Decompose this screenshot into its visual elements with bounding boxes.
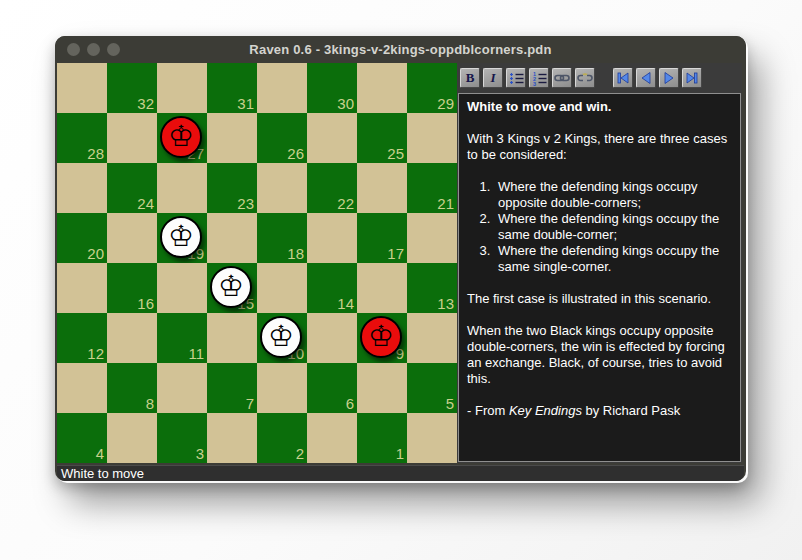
square-light: [357, 163, 407, 213]
square-number: 13: [437, 295, 454, 312]
white-king[interactable]: ♔: [210, 266, 252, 308]
square-light: [307, 213, 357, 263]
square-13[interactable]: 13: [407, 263, 457, 313]
square-number: 24: [137, 195, 154, 212]
square-number: 25: [387, 145, 404, 162]
square-number: 1: [396, 445, 404, 462]
square-11[interactable]: 11: [157, 313, 207, 363]
close-button[interactable]: [67, 43, 80, 56]
list-item: Where the defending kings occupy the sam…: [494, 243, 732, 275]
square-number: 12: [87, 345, 104, 362]
square-18[interactable]: 18: [257, 213, 307, 263]
square-light: [157, 163, 207, 213]
bullet-list-icon: [509, 71, 524, 86]
italic-button[interactable]: I: [483, 68, 503, 88]
square-light: [357, 363, 407, 413]
square-number: 8: [146, 395, 154, 412]
square-number: 16: [137, 295, 154, 312]
skip-to-start-icon: [616, 71, 630, 85]
king-crown-icon: ♔: [168, 222, 194, 251]
square-6[interactable]: 6: [307, 363, 357, 413]
square-light: [207, 313, 257, 363]
notes-panel: White to move and win. With 3 Kings v 2 …: [458, 93, 741, 462]
square-number: 6: [346, 395, 354, 412]
square-number: 17: [387, 245, 404, 262]
square-32[interactable]: 32: [107, 63, 157, 113]
link-icon: [554, 70, 570, 86]
square-17[interactable]: 17: [357, 213, 407, 263]
skip-to-end-icon: [685, 71, 699, 85]
square-light: [357, 63, 407, 113]
minimize-button[interactable]: [87, 43, 100, 56]
square-number: 4: [96, 445, 104, 462]
square-25[interactable]: 25: [357, 113, 407, 163]
unlink-button[interactable]: [575, 68, 595, 88]
square-number: 11: [188, 345, 204, 362]
square-21[interactable]: 21: [407, 163, 457, 213]
notes-case-list: Where the defending kings occupy opposit…: [467, 179, 732, 275]
red-king[interactable]: ♔: [360, 316, 402, 358]
square-number: 14: [337, 295, 354, 312]
square-number: 22: [337, 195, 354, 212]
window-title: Raven 0.6 - 3kings-v-2kings-oppdblcorner…: [55, 42, 746, 57]
svg-text:3: 3: [533, 81, 536, 86]
square-light: [407, 213, 457, 263]
square-20[interactable]: 20: [57, 213, 107, 263]
last-position-button[interactable]: [682, 68, 702, 88]
square-light: [157, 63, 207, 113]
forward-arrow-icon: [662, 71, 676, 85]
square-light: [407, 413, 457, 463]
page-background: { "game": "checkers (English draughts)",…: [0, 0, 802, 560]
notes-pane: B I 123: [457, 63, 742, 463]
title-bar: Raven 0.6 - 3kings-v-2kings-oppdblcorner…: [55, 36, 746, 63]
checkers-board: 323130292827♔2625242322212019♔18171615♔1…: [57, 63, 457, 463]
traffic-lights: [67, 43, 120, 56]
book-title: Key Endings: [509, 403, 582, 418]
square-28[interactable]: 28: [57, 113, 107, 163]
square-31[interactable]: 31: [207, 63, 257, 113]
square-number: 20: [87, 245, 104, 262]
red-king[interactable]: ♔: [160, 116, 202, 158]
square-light: [257, 63, 307, 113]
square-light: [107, 113, 157, 163]
unlink-icon: [577, 70, 593, 86]
king-crown-icon: ♔: [368, 322, 394, 351]
raven-window: Raven 0.6 - 3kings-v-2kings-oppdblcorner…: [55, 36, 746, 481]
square-light: [257, 163, 307, 213]
square-number: 2: [296, 445, 304, 462]
square-light: [57, 163, 107, 213]
square-light: [257, 363, 307, 413]
square-1[interactable]: 1: [357, 413, 407, 463]
square-light: [307, 113, 357, 163]
notes-heading: White to move and win.: [467, 99, 732, 115]
notes-paragraph: The first case is illustrated in this sc…: [467, 291, 732, 307]
square-5[interactable]: 5: [407, 363, 457, 413]
square-number: 21: [437, 195, 454, 212]
square-light: [107, 413, 157, 463]
square-14[interactable]: 14: [307, 263, 357, 313]
white-king[interactable]: ♔: [160, 216, 202, 258]
square-27[interactable]: 27♔: [157, 113, 207, 163]
square-19[interactable]: 19♔: [157, 213, 207, 263]
zoom-button[interactable]: [107, 43, 120, 56]
square-light: [407, 113, 457, 163]
numbered-list-icon: 123: [532, 71, 547, 86]
square-26[interactable]: 26: [257, 113, 307, 163]
white-king[interactable]: ♔: [260, 316, 302, 358]
square-29[interactable]: 29: [407, 63, 457, 113]
square-number: 31: [237, 95, 254, 112]
square-number: 7: [246, 395, 254, 412]
square-8[interactable]: 8: [107, 363, 157, 413]
square-22[interactable]: 22: [307, 163, 357, 213]
square-24[interactable]: 24: [107, 163, 157, 213]
numbered-list-button[interactable]: 123: [529, 68, 549, 88]
list-item: Where the defending kings occupy opposit…: [494, 179, 732, 211]
square-3[interactable]: 3: [157, 413, 207, 463]
square-number: 18: [287, 245, 304, 262]
square-number: 30: [337, 95, 354, 112]
notes-paragraph: With 3 Kings v 2 Kings, there are three …: [467, 131, 732, 163]
square-light: [407, 313, 457, 363]
square-number: 26: [287, 145, 304, 162]
square-2[interactable]: 2: [257, 413, 307, 463]
square-12[interactable]: 12: [57, 313, 107, 363]
square-number: 32: [137, 95, 154, 112]
square-light: [257, 263, 307, 313]
square-number: 28: [87, 145, 104, 162]
square-light: [207, 213, 257, 263]
square-15[interactable]: 15♔: [207, 263, 257, 313]
square-number: 5: [446, 395, 454, 412]
next-move-button[interactable]: [659, 68, 679, 88]
square-light: [57, 263, 107, 313]
previous-move-button[interactable]: [636, 68, 656, 88]
square-9[interactable]: 9♔: [357, 313, 407, 363]
square-light: [107, 313, 157, 363]
square-23[interactable]: 23: [207, 163, 257, 213]
square-light: [57, 363, 107, 413]
square-light: [157, 363, 207, 413]
square-number: 29: [437, 95, 454, 112]
square-light: [307, 313, 357, 363]
square-30[interactable]: 30: [307, 63, 357, 113]
bullet-list-button[interactable]: [506, 68, 526, 88]
square-10[interactable]: 10♔: [257, 313, 307, 363]
first-position-button[interactable]: [613, 68, 633, 88]
square-light: [207, 413, 257, 463]
square-16[interactable]: 16: [107, 263, 157, 313]
notes-toolbar: B I 123: [457, 63, 742, 93]
link-button[interactable]: [552, 68, 572, 88]
king-crown-icon: ♔: [268, 322, 294, 351]
king-crown-icon: ♔: [168, 122, 194, 151]
square-number: 3: [196, 445, 204, 462]
square-light: [357, 263, 407, 313]
square-light: [307, 413, 357, 463]
square-light: [107, 213, 157, 263]
list-item: Where the defending kings occupy the sam…: [494, 211, 732, 243]
square-light: [57, 63, 107, 113]
square-7[interactable]: 7: [207, 363, 257, 413]
status-text: White to move: [61, 466, 144, 481]
square-light: [157, 263, 207, 313]
square-light: [207, 113, 257, 163]
back-arrow-icon: [639, 71, 653, 85]
square-4[interactable]: 4: [57, 413, 107, 463]
bold-button[interactable]: B: [460, 68, 480, 88]
status-bar: White to move: [57, 465, 744, 481]
notes-paragraph: When the two Black kings occupy opposite…: [467, 323, 732, 387]
square-number: 23: [237, 195, 254, 212]
king-crown-icon: ♔: [218, 272, 244, 301]
notes-attribution: - From Key Endings by Richard Pask: [467, 403, 732, 419]
